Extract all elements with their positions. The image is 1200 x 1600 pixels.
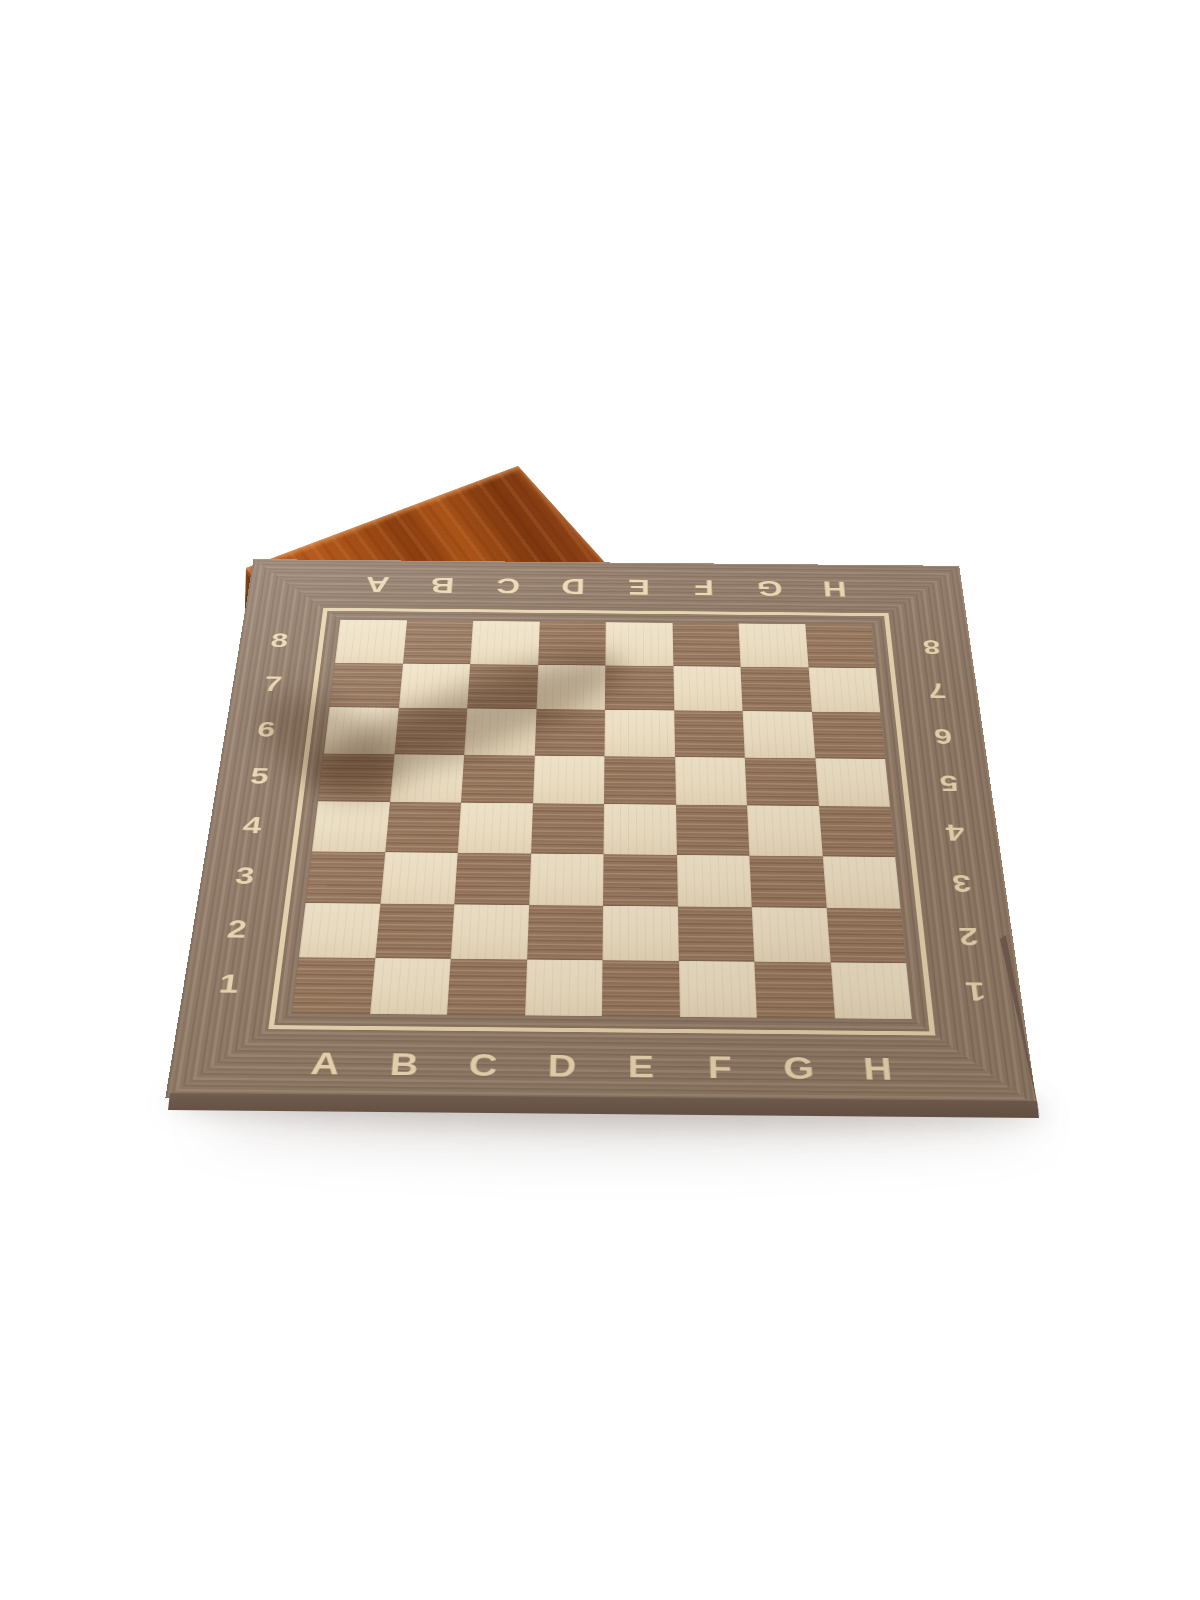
file-label-top-e: E	[628, 575, 650, 599]
product-photo-stage: AABBCCDDEEFFGGHH1122334455667788	[0, 0, 1200, 1600]
file-label-top-a: A	[364, 572, 390, 596]
square-e5	[604, 756, 675, 805]
rank-label-left-2: 2	[225, 915, 249, 944]
file-label-bottom-e: E	[628, 1050, 655, 1085]
square-g1	[754, 961, 834, 1018]
square-g3	[749, 855, 826, 908]
square-c4	[458, 803, 533, 854]
square-a3	[306, 851, 385, 904]
square-a4	[312, 801, 390, 852]
square-a2	[299, 903, 380, 958]
square-h3	[822, 856, 900, 909]
square-c3	[454, 853, 530, 906]
board-surface: AABBCCDDEEFFGGHH1122334455667788	[165, 559, 1037, 1106]
square-g8	[738, 624, 808, 668]
square-d1	[524, 959, 602, 1016]
square-d4	[531, 803, 604, 854]
file-label-bottom-h: H	[862, 1052, 894, 1087]
square-c2	[451, 904, 529, 959]
rank-label-left-3: 3	[233, 862, 256, 890]
square-f4	[675, 805, 749, 856]
rank-label-right-4: 4	[944, 819, 966, 846]
rank-label-right-1: 1	[964, 976, 988, 1006]
square-h2	[826, 908, 906, 963]
square-d3	[529, 853, 604, 906]
square-c5	[461, 755, 534, 804]
square-c8	[470, 621, 539, 665]
file-label-top-c: C	[495, 573, 520, 597]
file-label-top-h: H	[822, 576, 848, 600]
square-h4	[818, 806, 895, 857]
square-b8	[403, 620, 473, 664]
square-f3	[676, 855, 751, 908]
file-label-top-b: B	[430, 573, 456, 597]
rank-label-left-7: 7	[263, 672, 284, 696]
square-b2	[375, 904, 454, 959]
square-f8	[672, 623, 740, 667]
rank-label-right-7: 7	[927, 679, 948, 703]
square-g4	[747, 805, 822, 856]
square-d5	[533, 755, 605, 804]
square-a7	[330, 663, 403, 708]
square-h5	[815, 758, 890, 807]
file-label-top-g: G	[756, 576, 783, 600]
square-e2	[603, 906, 679, 961]
file-label-bottom-b: B	[388, 1047, 420, 1082]
chess-board: AABBCCDDEEFFGGHH1122334455667788	[210, 410, 997, 1197]
square-e6	[604, 710, 674, 757]
file-label-top-d: D	[561, 574, 585, 598]
square-b3	[380, 852, 458, 905]
square-g5	[745, 757, 819, 806]
square-h6	[811, 712, 885, 759]
square-c1	[447, 958, 527, 1015]
square-h1	[830, 962, 912, 1019]
square-a1	[292, 957, 375, 1014]
rank-label-right-6: 6	[932, 724, 953, 749]
file-label-bottom-f: F	[707, 1051, 732, 1086]
file-label-bottom-c: C	[468, 1048, 499, 1083]
square-e3	[603, 854, 677, 907]
rank-label-left-8: 8	[269, 629, 290, 652]
square-h7	[808, 667, 880, 712]
rank-label-left-4: 4	[241, 812, 263, 839]
square-b4	[385, 802, 461, 853]
square-g6	[743, 711, 815, 758]
square-d2	[527, 905, 603, 960]
rank-label-right-3: 3	[950, 869, 972, 897]
square-a8	[335, 620, 407, 664]
square-f1	[678, 961, 757, 1018]
file-label-bottom-a: A	[309, 1047, 341, 1082]
square-e4	[604, 804, 677, 855]
square-g7	[740, 667, 811, 712]
rank-label-left-5: 5	[249, 764, 271, 790]
rank-label-right-2: 2	[957, 922, 980, 951]
rank-label-right-8: 8	[921, 635, 941, 658]
square-h8	[805, 624, 876, 668]
square-f5	[675, 757, 747, 806]
square-e1	[602, 960, 679, 1017]
square-f6	[674, 710, 745, 757]
square-g2	[752, 907, 830, 962]
square-f2	[677, 907, 754, 962]
file-label-bottom-g: G	[782, 1051, 815, 1086]
square-b1	[370, 958, 451, 1015]
rank-label-right-5: 5	[938, 770, 959, 796]
square-f7	[673, 666, 743, 711]
file-label-bottom-d: D	[547, 1049, 577, 1084]
file-label-top-f: F	[694, 575, 715, 599]
